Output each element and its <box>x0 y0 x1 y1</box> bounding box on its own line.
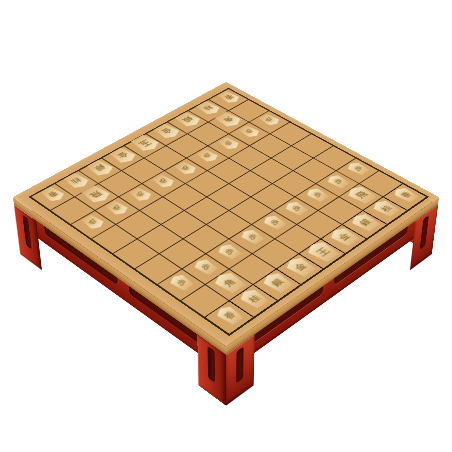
piece-kanji: 歩 <box>180 165 191 172</box>
piece-kanji: 歩 <box>200 263 212 271</box>
piece-kanji: 歩 <box>291 205 303 212</box>
piece-kanji: 歩 <box>134 191 145 198</box>
piece-kanji: 歩 <box>247 233 259 241</box>
piece-kanji: 銀 <box>181 116 194 123</box>
piece-kanji: 桂 <box>380 205 393 213</box>
piece-kanji: 香 <box>400 191 413 199</box>
piece-kanji: 歩 <box>333 178 344 185</box>
piece-kanji: 歩 <box>312 191 323 198</box>
piece-kanji: 香 <box>223 311 237 321</box>
cell-4e[interactable] <box>230 171 272 196</box>
shogi-board: 香桂銀金玉金銀桂香飛角歩歩歩歩歩歩歩歩歩歩歩歩歩歩歩歩歩歩角飛香桂銀金王金銀桂香 <box>14 89 438 355</box>
shogi-piece-gote-P-6c[interactable]: 歩 <box>150 173 177 189</box>
piece-kanji: 歩 <box>111 204 123 211</box>
piece-kanji: 飛 <box>89 190 103 199</box>
shogi-piece-gote-P-7c[interactable]: 歩 <box>127 186 155 203</box>
piece-kanji: 歩 <box>224 248 236 256</box>
shogi-piece-sente-P-1g[interactable]: 歩 <box>344 160 371 176</box>
piece-kanji: 歩 <box>243 128 254 134</box>
piece-kanji: 歩 <box>269 219 281 226</box>
piece-kanji: 銀 <box>270 278 285 288</box>
piece-kanji: 銀 <box>358 218 373 227</box>
piece-kanji: 香 <box>222 94 234 100</box>
piece-kanji: 歩 <box>223 140 234 146</box>
piece-kanji: 飛 <box>355 191 369 200</box>
piece-kanji: 角 <box>222 278 237 288</box>
piece-kanji: 香 <box>45 190 58 198</box>
piece-kanji: 角 <box>221 116 234 123</box>
board-slab: 香桂銀金玉金銀桂香飛角歩歩歩歩歩歩歩歩歩歩歩歩歩歩歩歩歩歩角飛香桂銀金王金銀桂香 <box>13 82 439 347</box>
piece-kanji: 金 <box>293 262 308 272</box>
piece-kanji: 歩 <box>86 218 98 225</box>
piece-kanji: 銀 <box>92 164 106 172</box>
piece-kanji: 歩 <box>264 116 275 122</box>
piece-kanji: 金 <box>115 151 129 159</box>
piece-kanji: 歩 <box>157 177 168 184</box>
piece-kanji: 金 <box>159 127 172 135</box>
shogi-piece-gote-L-1a[interactable]: 香 <box>215 90 242 105</box>
piece-kanji: 桂 <box>247 294 261 304</box>
piece-kanji: 歩 <box>353 165 364 172</box>
product-photo: 香桂銀金玉金銀桂香飛角歩歩歩歩歩歩歩歩歩歩歩歩歩歩歩歩歩歩角飛香桂銀金王金銀桂香 <box>0 0 452 452</box>
piece-kanji: 歩 <box>201 152 212 158</box>
piece-kanji: 桂 <box>202 105 214 112</box>
piece-kanji: 桂 <box>69 177 82 185</box>
board-surface: 香桂銀金玉金銀桂香飛角歩歩歩歩歩歩歩歩歩歩歩歩歩歩歩歩歩歩角飛香桂銀金王金銀桂香 <box>13 82 439 347</box>
piece-kanji: 王 <box>315 246 332 257</box>
piece-kanji: 歩 <box>176 279 188 287</box>
piece-kanji: 玉 <box>137 139 152 148</box>
board-grid: 香桂銀金玉金銀桂香飛角歩歩歩歩歩歩歩歩歩歩歩歩歩歩歩歩歩歩角飛香桂銀金王金銀桂香 <box>28 88 429 336</box>
shogi-piece-sente-P-2g[interactable]: 歩 <box>324 173 352 189</box>
piece-kanji: 金 <box>337 232 352 241</box>
